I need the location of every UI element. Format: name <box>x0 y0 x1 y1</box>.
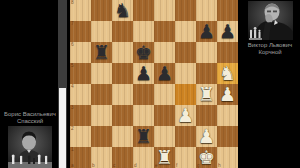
square-g1[interactable]: g♚ <box>196 147 217 168</box>
black-rook[interactable]: ♜ <box>91 42 112 63</box>
square-c8[interactable]: ♞ <box>112 0 133 21</box>
square-f6[interactable] <box>175 42 196 63</box>
square-a8[interactable]: 8 <box>70 0 91 21</box>
square-e2[interactable] <box>154 126 175 147</box>
square-f3[interactable]: ♟ <box>175 105 196 126</box>
square-e7[interactable] <box>154 21 175 42</box>
file-label-d: d <box>134 163 137 168</box>
square-b6[interactable]: ♜ <box>91 42 112 63</box>
black-pawn[interactable]: ♟ <box>196 21 217 42</box>
square-c7[interactable] <box>112 21 133 42</box>
square-h1[interactable]: h <box>217 147 238 168</box>
square-g8[interactable] <box>196 0 217 21</box>
square-b3[interactable] <box>91 105 112 126</box>
scrollbar-thumb[interactable] <box>59 88 66 168</box>
video-frame: 8♞7♟♟6♜♚5♟♟♞4♜♟3♟2♜♟1abcde♜fg♚h <box>0 0 300 168</box>
rank-label-3: 3 <box>71 105 74 110</box>
file-label-h: h <box>218 163 221 168</box>
square-h3[interactable] <box>217 105 238 126</box>
square-a6[interactable]: 6 <box>70 42 91 63</box>
square-d4[interactable] <box>133 84 154 105</box>
chess-board: 8♞7♟♟6♜♚5♟♟♞4♜♟3♟2♜♟1abcde♜fg♚h <box>70 0 238 168</box>
square-a3[interactable]: 3 <box>70 105 91 126</box>
square-f7[interactable] <box>175 21 196 42</box>
player-name-top: Виктор Львович Корчной <box>243 42 297 55</box>
square-a4[interactable]: 4 <box>70 84 91 105</box>
square-b4[interactable] <box>91 84 112 105</box>
white-knight[interactable]: ♞ <box>217 63 238 84</box>
square-g4[interactable]: ♜ <box>196 84 217 105</box>
square-e3[interactable] <box>154 105 175 126</box>
portrait-man-at-board-icon <box>8 126 52 168</box>
black-pawn[interactable]: ♟ <box>133 63 154 84</box>
white-rook[interactable]: ♜ <box>196 84 217 105</box>
square-e4[interactable] <box>154 84 175 105</box>
square-g6[interactable] <box>196 42 217 63</box>
player-photo-spassky <box>8 126 52 168</box>
square-h6[interactable] <box>217 42 238 63</box>
square-g5[interactable] <box>196 63 217 84</box>
square-g3[interactable] <box>196 105 217 126</box>
square-b5[interactable] <box>91 63 112 84</box>
square-b2[interactable] <box>91 126 112 147</box>
square-f8[interactable] <box>175 0 196 21</box>
square-e1[interactable]: e♜ <box>154 147 175 168</box>
square-f5[interactable] <box>175 63 196 84</box>
square-h5[interactable]: ♞ <box>217 63 238 84</box>
file-label-c: c <box>113 163 115 168</box>
square-d7[interactable] <box>133 21 154 42</box>
square-e8[interactable] <box>154 0 175 21</box>
square-d5[interactable]: ♟ <box>133 63 154 84</box>
square-a1[interactable]: 1a <box>70 147 91 168</box>
white-king[interactable]: ♚ <box>196 147 217 168</box>
player-photo-korchnoi <box>248 1 293 40</box>
player-panel-bottom-left: Борис Васильевич Спасский <box>3 111 57 168</box>
rank-label-8: 8 <box>71 0 74 5</box>
square-b8[interactable] <box>91 0 112 21</box>
square-f4[interactable] <box>175 84 196 105</box>
player-name-bottom-line1: Борис Васильевич <box>3 111 57 118</box>
square-g2[interactable]: ♟ <box>196 126 217 147</box>
square-d3[interactable] <box>133 105 154 126</box>
black-knight[interactable]: ♞ <box>112 0 133 21</box>
white-rook[interactable]: ♜ <box>154 147 175 168</box>
square-b1[interactable]: b <box>91 147 112 168</box>
square-c3[interactable] <box>112 105 133 126</box>
rank-label-6: 6 <box>71 42 74 47</box>
square-c2[interactable] <box>112 126 133 147</box>
player-panel-top-right: Виктор Львович Корчной <box>243 1 297 55</box>
square-a7[interactable]: 7 <box>70 21 91 42</box>
square-a5[interactable]: 5 <box>70 63 91 84</box>
rank-label-2: 2 <box>71 126 74 131</box>
white-pawn[interactable]: ♟ <box>196 126 217 147</box>
square-b7[interactable] <box>91 21 112 42</box>
square-g7[interactable]: ♟ <box>196 21 217 42</box>
player-name-bottom: Борис Васильевич Спасский <box>3 111 57 124</box>
portrait-man-thinking-icon <box>248 1 293 40</box>
player-name-top-line2: Корчной <box>243 49 297 56</box>
file-label-b: b <box>92 163 95 168</box>
square-d6[interactable]: ♚ <box>133 42 154 63</box>
player-name-top-line1: Виктор Львович <box>243 42 297 49</box>
rank-label-4: 4 <box>71 84 74 89</box>
rank-label-1: 1 <box>71 147 74 152</box>
file-label-a: a <box>71 163 74 168</box>
square-h7[interactable]: ♟ <box>217 21 238 42</box>
square-c6[interactable] <box>112 42 133 63</box>
square-h4[interactable]: ♟ <box>217 84 238 105</box>
file-label-f: f <box>176 163 177 168</box>
square-d8[interactable] <box>133 0 154 21</box>
black-king[interactable]: ♚ <box>133 42 154 63</box>
square-h2[interactable] <box>217 126 238 147</box>
square-a2[interactable]: 2 <box>70 126 91 147</box>
square-e6[interactable] <box>154 42 175 63</box>
square-f2[interactable] <box>175 126 196 147</box>
black-rook[interactable]: ♜ <box>133 126 154 147</box>
player-name-bottom-line2: Спасский <box>3 118 57 125</box>
square-e5[interactable]: ♟ <box>154 63 175 84</box>
square-h8[interactable] <box>217 0 238 21</box>
square-c5[interactable] <box>112 63 133 84</box>
rank-label-7: 7 <box>71 21 74 26</box>
square-d2[interactable]: ♜ <box>133 126 154 147</box>
square-f1[interactable]: f <box>175 147 196 168</box>
square-c1[interactable]: c <box>112 147 133 168</box>
square-d1[interactable]: d <box>133 147 154 168</box>
rank-label-5: 5 <box>71 63 74 68</box>
white-pawn[interactable]: ♟ <box>175 105 196 126</box>
black-pawn[interactable]: ♟ <box>217 21 238 42</box>
black-pawn[interactable]: ♟ <box>154 63 175 84</box>
white-pawn[interactable]: ♟ <box>217 84 238 105</box>
square-c4[interactable] <box>112 84 133 105</box>
